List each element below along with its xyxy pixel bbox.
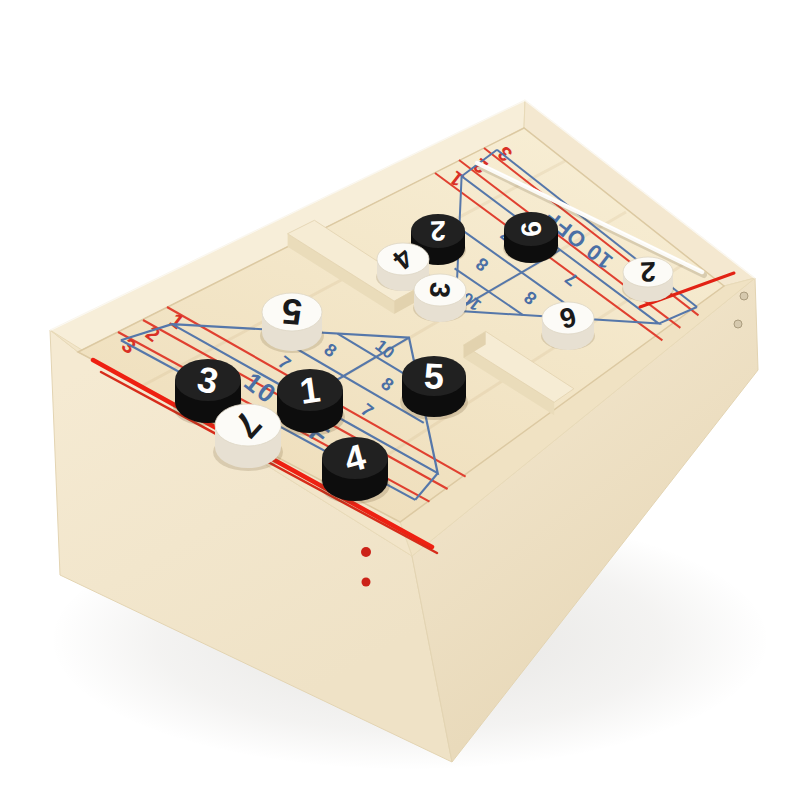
end-wall-hole-lower: [734, 320, 742, 328]
puck-black-4[interactable]: 4: [320, 436, 390, 504]
puck-white-5[interactable]: 5: [260, 291, 324, 353]
puck-black-6[interactable]: 6: [503, 212, 559, 263]
puck-white-2[interactable]: 2: [622, 256, 674, 302]
puck-label: 5: [423, 355, 444, 397]
shuffleboard-game-board: 1 2 3 10 8 8 7 7 10 OFF 1: [0, 0, 800, 800]
product-photo-stage: 1 2 3 10 8 8 7 7 10 OFF 1: [0, 0, 800, 800]
puck-white-6[interactable]: 6: [541, 301, 595, 350]
puck-label: 6: [515, 220, 547, 238]
puck-black-5[interactable]: 5: [400, 355, 468, 420]
puck-label: 2: [640, 256, 657, 288]
elastic-anchor-dot-upper: [361, 547, 371, 557]
puck-label: 5: [280, 291, 304, 334]
puck-label: 3: [424, 281, 456, 299]
puck-label: 2: [430, 215, 447, 247]
puck-black-1[interactable]: 1: [275, 368, 345, 436]
elastic-anchor-dot-lower: [362, 578, 371, 587]
end-wall-hole-upper: [740, 292, 748, 300]
puck-white-7[interactable]: 7: [213, 404, 283, 471]
puck-white-3[interactable]: 3: [413, 274, 467, 322]
